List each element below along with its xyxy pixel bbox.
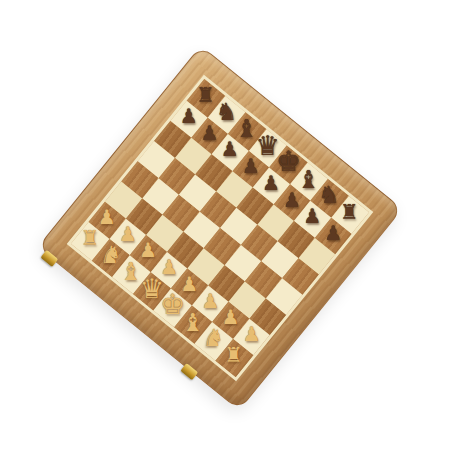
black-rook-a8: ♜ [196,85,215,106]
board-frame: ♜♞♝♛♚♝♞♜♟♟♟♟♟♟♟♟♟♟♟♟♟♟♟♟♜♞♝♛♚♝♞♜ [37,45,403,411]
black-pawn-a7: ♟ [180,106,198,126]
white-knight-b1: ♞ [100,243,122,267]
brass-latch-right [180,363,198,380]
black-pawn-b7: ♟ [200,123,218,143]
white-pawn-a2: ♟ [98,207,116,227]
black-knight-b8: ♞ [216,100,238,124]
white-pawn-h2: ♟ [242,324,260,344]
black-pawn-d7: ♟ [242,156,260,176]
black-pawn-e7: ♟ [262,173,280,193]
brass-latch-left [40,250,58,267]
black-pawn-h7: ♟ [324,223,342,243]
black-pawn-f7: ♟ [283,190,301,210]
white-knight-g1: ♞ [203,326,225,350]
black-knight-g8: ♞ [319,183,341,207]
white-pawn-g2: ♟ [222,307,240,327]
playing-area: ♜♞♝♛♚♝♞♜♟♟♟♟♟♟♟♟♟♟♟♟♟♟♟♟♜♞♝♛♚♝♞♜ [67,75,374,382]
white-rook-h1: ♜ [225,344,244,365]
black-pawn-g7: ♟ [303,206,321,226]
wooden-chess-board: ♜♞♝♛♚♝♞♜♟♟♟♟♟♟♟♟♟♟♟♟♟♟♟♟♜♞♝♛♚♝♞♜ [37,45,403,411]
white-bishop-f1: ♝ [182,309,204,334]
white-rook-a1: ♜ [81,228,100,249]
white-pawn-c2: ♟ [139,240,157,260]
black-rook-h8: ♜ [341,201,360,222]
black-pawn-c7: ♟ [221,139,239,159]
chess-set-photo: ♜♞♝♛♚♝♞♜♟♟♟♟♟♟♟♟♟♟♟♟♟♟♟♟♜♞♝♛♚♝♞♜ [0,0,450,450]
